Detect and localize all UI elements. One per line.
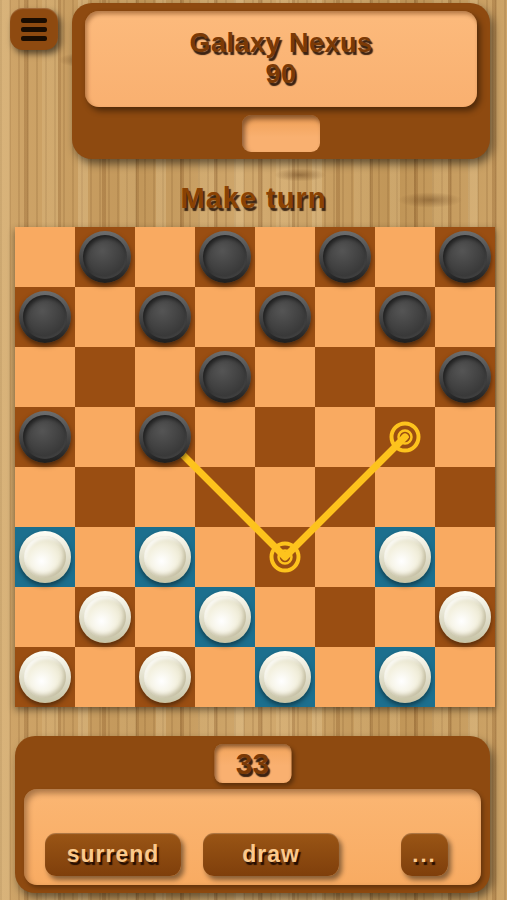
opponent-panel: Galaxy Nexus 90 <box>72 3 490 159</box>
board-cell <box>135 347 195 407</box>
white-piece[interactable] <box>379 531 431 583</box>
board-cell[interactable] <box>255 407 315 467</box>
game-screen: Galaxy Nexus 90 Make turn 33 surrend dra… <box>0 0 507 900</box>
board-cell[interactable] <box>435 587 495 647</box>
black-piece[interactable] <box>199 231 251 283</box>
board-cell[interactable] <box>435 467 495 527</box>
more-options-button[interactable]: ... <box>401 833 448 876</box>
board-cell[interactable] <box>255 287 315 347</box>
piece-inner <box>84 596 126 638</box>
turn-status-label: Make turn <box>0 182 507 215</box>
piece-inner <box>203 355 247 399</box>
board-cell <box>75 527 135 587</box>
board-cell <box>255 467 315 527</box>
piece-inner <box>83 235 127 279</box>
board-cell[interactable] <box>315 587 375 647</box>
board-cell <box>75 407 135 467</box>
opponent-name-box: Galaxy Nexus 90 <box>85 11 477 107</box>
board-cell <box>255 587 315 647</box>
actions-panel: surrend draw ... <box>24 789 481 885</box>
board-cell <box>255 347 315 407</box>
board-cell[interactable] <box>15 407 75 467</box>
black-piece[interactable] <box>439 231 491 283</box>
surrender-button[interactable]: surrend <box>45 833 181 876</box>
board-cell[interactable] <box>135 647 195 707</box>
board-cell <box>15 467 75 527</box>
board-cell <box>135 467 195 527</box>
board-cell <box>75 647 135 707</box>
board-cell <box>315 407 375 467</box>
hamburger-icon <box>10 18 58 41</box>
black-piece[interactable] <box>319 231 371 283</box>
piece-inner <box>443 355 487 399</box>
white-piece[interactable] <box>259 651 311 703</box>
board-cell <box>195 287 255 347</box>
piece-inner <box>23 295 67 339</box>
white-piece[interactable] <box>439 591 491 643</box>
piece-inner <box>444 596 486 638</box>
board-cell <box>435 647 495 707</box>
board-cell[interactable] <box>195 467 255 527</box>
board-cell[interactable] <box>195 227 255 287</box>
black-piece[interactable] <box>19 411 71 463</box>
white-piece[interactable] <box>19 531 71 583</box>
white-piece[interactable] <box>139 531 191 583</box>
board-cell[interactable] <box>375 647 435 707</box>
board-cell[interactable] <box>15 647 75 707</box>
board-cell[interactable] <box>15 527 75 587</box>
piece-inner <box>143 295 187 339</box>
white-piece[interactable] <box>379 651 431 703</box>
board-cell <box>315 647 375 707</box>
board-cell[interactable] <box>195 587 255 647</box>
board-cell[interactable] <box>75 227 135 287</box>
board-cell[interactable] <box>195 347 255 407</box>
piece-inner <box>23 415 67 459</box>
board-cell <box>15 227 75 287</box>
piece-inner <box>264 656 306 698</box>
board-cell[interactable] <box>15 287 75 347</box>
board-cell[interactable] <box>435 347 495 407</box>
board-cell[interactable] <box>375 287 435 347</box>
board-cell[interactable] <box>75 347 135 407</box>
board-cell[interactable] <box>435 227 495 287</box>
piece-inner <box>263 295 307 339</box>
player-panel: 33 surrend draw ... <box>15 736 490 893</box>
board-cell[interactable] <box>255 527 315 587</box>
player-timer-value: 33 <box>236 747 269 781</box>
white-piece[interactable] <box>139 651 191 703</box>
white-piece[interactable] <box>19 651 71 703</box>
white-piece[interactable] <box>79 591 131 643</box>
board-cell <box>375 467 435 527</box>
board-cell <box>75 287 135 347</box>
opponent-rating: 90 <box>265 59 296 90</box>
piece-inner <box>144 656 186 698</box>
board-cell <box>315 287 375 347</box>
piece-inner <box>384 536 426 578</box>
board-cell <box>15 347 75 407</box>
board-cell <box>375 347 435 407</box>
board-cell[interactable] <box>315 467 375 527</box>
piece-inner <box>204 596 246 638</box>
player-timer-box: 33 <box>214 744 291 783</box>
board-cell[interactable] <box>255 647 315 707</box>
piece-inner <box>384 656 426 698</box>
board-cell[interactable] <box>135 287 195 347</box>
board-cell[interactable] <box>315 347 375 407</box>
black-piece[interactable] <box>199 351 251 403</box>
board-cell <box>315 527 375 587</box>
board-cell[interactable] <box>375 407 435 467</box>
piece-inner <box>24 656 66 698</box>
opponent-timer-box <box>242 115 320 152</box>
board-cell <box>135 227 195 287</box>
black-piece[interactable] <box>79 231 131 283</box>
piece-inner <box>203 235 247 279</box>
board-cell <box>435 287 495 347</box>
black-piece[interactable] <box>439 351 491 403</box>
board-cell <box>375 227 435 287</box>
black-piece[interactable] <box>139 411 191 463</box>
piece-inner <box>443 235 487 279</box>
opponent-name: Galaxy Nexus <box>189 28 372 59</box>
board-cell <box>195 407 255 467</box>
board-cell <box>135 587 195 647</box>
piece-inner <box>383 295 427 339</box>
board-cell <box>435 407 495 467</box>
draw-button[interactable]: draw <box>203 833 339 876</box>
menu-button[interactable] <box>10 8 58 50</box>
black-piece[interactable] <box>139 291 191 343</box>
board-cell[interactable] <box>135 527 195 587</box>
board-cell[interactable] <box>135 407 195 467</box>
piece-inner <box>323 235 367 279</box>
board-cell[interactable] <box>75 587 135 647</box>
black-piece[interactable] <box>259 291 311 343</box>
board-cell <box>435 527 495 587</box>
board-cell <box>15 587 75 647</box>
black-piece[interactable] <box>379 291 431 343</box>
board-cell <box>195 647 255 707</box>
board-cell[interactable] <box>375 527 435 587</box>
board-cell <box>375 587 435 647</box>
board-cell[interactable] <box>315 227 375 287</box>
board-cell <box>195 527 255 587</box>
board-cell <box>255 227 315 287</box>
white-piece[interactable] <box>199 591 251 643</box>
piece-inner <box>24 536 66 578</box>
black-piece[interactable] <box>19 291 71 343</box>
piece-inner <box>143 415 187 459</box>
board <box>15 227 495 707</box>
piece-inner <box>144 536 186 578</box>
board-cell[interactable] <box>75 467 135 527</box>
